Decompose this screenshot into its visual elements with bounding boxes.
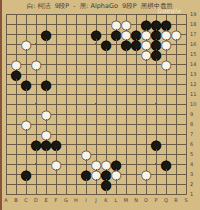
intersection-M14: [121, 59, 131, 69]
row-label-7: 7: [189, 129, 200, 139]
intersection-C3: ●○: [21, 169, 31, 179]
intersection-B10: [11, 99, 21, 109]
black-stone-Q4: ●○: [161, 159, 171, 169]
intersection-A18: [1, 19, 11, 29]
row-label-18: 18: [189, 19, 200, 29]
intersection-B18: [11, 19, 21, 29]
intersection-G10: [61, 99, 71, 109]
intersection-F4: ●○: [51, 159, 61, 169]
intersection-C16: ●○: [21, 39, 31, 49]
intersection-B6: [11, 139, 21, 149]
intersection-E16: [41, 39, 51, 49]
intersection-H13: [71, 69, 81, 79]
white-stone-L3: ●○: [111, 169, 121, 179]
intersection-G13: [61, 69, 71, 79]
row-label-12: 12: [189, 79, 200, 89]
intersection-K15: [101, 49, 111, 59]
intersection-F9: [51, 109, 61, 119]
intersection-P11: [151, 89, 161, 99]
intersection-A10: [1, 99, 11, 109]
intersection-L9: [111, 109, 121, 119]
intersection-Q12: [161, 79, 171, 89]
intersection-G14: [61, 59, 71, 69]
intersection-O2: [141, 179, 151, 189]
intersection-Q16: ●○: [161, 39, 171, 49]
intersection-C19: [21, 9, 31, 19]
intersection-I13: [81, 69, 91, 79]
intersection-G15: [61, 49, 71, 59]
intersection-F10: [51, 99, 61, 109]
intersection-J9: [91, 109, 101, 119]
intersection-O10: [141, 99, 151, 109]
intersection-J10: [91, 99, 101, 109]
col-label-B: B: [11, 196, 21, 204]
intersection-E14: [41, 59, 51, 69]
intersection-K2: ●○: [101, 179, 111, 189]
intersection-F16: [51, 39, 61, 49]
intersection-F17: [51, 29, 61, 39]
intersection-R5: [171, 149, 181, 159]
intersection-K12: [101, 79, 111, 89]
row-label-2: 2: [189, 179, 200, 189]
intersection-L6: [111, 139, 121, 149]
row-label-11: 11: [189, 89, 200, 99]
intersection-R7: [171, 129, 181, 139]
intersection-D19: [31, 9, 41, 19]
intersection-F3: [51, 169, 61, 179]
intersection-R16: [171, 39, 181, 49]
intersection-L8: [111, 119, 121, 129]
intersection-I15: [81, 49, 91, 59]
intersection-B2: [11, 179, 21, 189]
black-stone-P6: ●○: [151, 139, 161, 149]
intersection-C2: [21, 179, 31, 189]
intersection-M4: [121, 159, 131, 169]
intersection-J15: [91, 49, 101, 59]
intersection-R11: [171, 89, 181, 99]
intersection-D4: [31, 159, 41, 169]
intersection-R17: ●○: [171, 29, 181, 39]
intersection-G9: [61, 109, 71, 119]
white-stone-Q14: ●○: [161, 59, 171, 69]
intersection-P8: [151, 119, 161, 129]
row-label-4: 4: [189, 159, 200, 169]
intersection-O13: [141, 69, 151, 79]
intersection-I9: [81, 109, 91, 119]
intersection-H9: [71, 109, 81, 119]
col-label-C: C: [21, 196, 31, 204]
row-label-17: 17: [189, 29, 200, 39]
intersection-R15: [171, 49, 181, 59]
intersection-A3: [1, 169, 11, 179]
intersection-J11: [91, 89, 101, 99]
intersection-A11: [1, 89, 11, 99]
black-stone-C12: ●○: [21, 79, 31, 89]
col-label-O: O: [141, 196, 151, 204]
col-label-N: N: [131, 196, 141, 204]
intersection-E19: [41, 9, 51, 19]
intersection-O8: [141, 119, 151, 129]
intersection-Q11: [161, 89, 171, 99]
intersection-G17: [61, 29, 71, 39]
intersection-I19: [81, 9, 91, 19]
row-label-5: 5: [189, 149, 200, 159]
intersection-J8: [91, 119, 101, 129]
intersection-G19: [61, 9, 71, 19]
row-labels: 19181716151413121110987654321: [189, 9, 200, 199]
intersection-A4: [1, 159, 11, 169]
white-stone-O3: ●○: [141, 169, 151, 179]
intersection-Q3: [161, 169, 171, 179]
intersection-N14: [131, 59, 141, 69]
white-stone-C16: ●○: [21, 39, 31, 49]
intersection-O3: ●○: [141, 169, 151, 179]
col-label-A: A: [1, 196, 11, 204]
black-stone-E12: ●○: [41, 79, 51, 89]
intersection-F2: [51, 179, 61, 189]
intersection-M10: [121, 99, 131, 109]
intersection-I10: [81, 99, 91, 109]
intersection-Q2: [161, 179, 171, 189]
intersection-H14: [71, 59, 81, 69]
intersection-M3: [121, 169, 131, 179]
intersection-Q8: [161, 119, 171, 129]
row-label-8: 8: [189, 119, 200, 129]
intersection-C10: [21, 99, 31, 109]
intersection-L15: [111, 49, 121, 59]
intersection-H12: [71, 79, 81, 89]
intersection-D16: [31, 39, 41, 49]
intersection-E2: [41, 179, 51, 189]
intersection-A17: [1, 29, 11, 39]
intersection-H16: [71, 39, 81, 49]
intersection-K14: [101, 59, 111, 69]
intersection-K11: [101, 89, 111, 99]
intersection-K9: [101, 109, 111, 119]
intersection-Q10: [161, 99, 171, 109]
intersection-H17: [71, 29, 81, 39]
intersection-K13: [101, 69, 111, 79]
intersection-F12: [51, 79, 61, 89]
row-label-3: 3: [189, 169, 200, 179]
intersection-F13: [51, 69, 61, 79]
intersection-G2: [61, 179, 71, 189]
intersection-P13: [151, 69, 161, 79]
intersection-A2: [1, 179, 11, 189]
intersection-Q7: [161, 129, 171, 139]
intersection-I11: [81, 89, 91, 99]
row-label-16: 16: [189, 39, 200, 49]
intersection-F6: ●○: [51, 139, 61, 149]
col-label-Q: Q: [161, 196, 171, 204]
row-label-9: 9: [189, 109, 200, 119]
intersection-E17: ●○: [41, 29, 51, 39]
row-label-15: 15: [189, 49, 200, 59]
intersection-M13: [121, 69, 131, 79]
intersection-P6: ●○: [151, 139, 161, 149]
row-label-1: 1: [189, 189, 200, 199]
intersection-A5: [1, 149, 11, 159]
col-label-L: L: [111, 196, 121, 204]
col-label-G: G: [61, 196, 71, 204]
intersection-L3: ●○: [111, 169, 121, 179]
intersection-E9: ●○: [41, 109, 51, 119]
intersection-H7: [71, 129, 81, 139]
intersection-N5: [131, 149, 141, 159]
intersection-K8: [101, 119, 111, 129]
intersection-G3: [61, 169, 71, 179]
intersection-R19: [171, 9, 181, 19]
intersection-M6: [121, 139, 131, 149]
intersection-H2: [71, 179, 81, 189]
intersection-A8: [1, 119, 11, 129]
intersection-R3: [171, 169, 181, 179]
intersection-G11: [61, 89, 71, 99]
intersection-B19: [11, 9, 21, 19]
intersection-E15: [41, 49, 51, 59]
black-stone-E17: ●○: [41, 29, 51, 39]
intersection-R9: [171, 109, 181, 119]
intersection-I7: [81, 129, 91, 139]
intersection-Q9: [161, 109, 171, 119]
intersection-M11: [121, 89, 131, 99]
intersection-A19: [1, 9, 11, 19]
intersection-G4: [61, 159, 71, 169]
intersection-M9: [121, 109, 131, 119]
intersection-H11: [71, 89, 81, 99]
row-label-10: 10: [189, 99, 200, 109]
white-stone-F4: ●○: [51, 159, 61, 169]
intersection-G12: [61, 79, 71, 89]
black-stone-F6: ●○: [51, 139, 61, 149]
intersection-F14: [51, 59, 61, 69]
intersection-F15: [51, 49, 61, 59]
black-stone-K2: ●○: [101, 179, 111, 189]
intersection-N11: [131, 89, 141, 99]
row-label-14: 14: [189, 59, 200, 69]
intersection-M12: [121, 79, 131, 89]
intersection-I12: [81, 79, 91, 89]
col-label-E: E: [41, 196, 51, 204]
col-label-F: F: [51, 196, 61, 204]
intersection-D14: ●○: [31, 59, 41, 69]
white-stone-R17: ●○: [171, 29, 181, 39]
black-stone-C3: ●○: [21, 169, 31, 179]
white-stone-C8: ●○: [21, 119, 31, 129]
intersection-L11: [111, 89, 121, 99]
column-labels: ABCDEFGHIJKLMNOPQRS: [1, 196, 191, 204]
intersection-P10: [151, 99, 161, 109]
intersection-N9: [131, 109, 141, 119]
col-label-M: M: [121, 196, 131, 204]
intersection-H10: [71, 99, 81, 109]
intersection-D2: [31, 179, 41, 189]
intersection-G6: [61, 139, 71, 149]
intersection-L2: [111, 179, 121, 189]
intersection-R14: [171, 59, 181, 69]
intersection-D5: [31, 149, 41, 159]
intersection-H19: [71, 9, 81, 19]
intersection-P2: [151, 179, 161, 189]
intersection-G16: [61, 39, 71, 49]
intersection-C12: ●○: [21, 79, 31, 89]
intersection-B11: [11, 89, 21, 99]
intersection-J14: [91, 59, 101, 69]
intersection-Q4: ●○: [161, 159, 171, 169]
intersection-R13: [171, 69, 181, 79]
intersection-A6: [1, 139, 11, 149]
intersection-M8: [121, 119, 131, 129]
intersection-P9: [151, 109, 161, 119]
col-label-K: K: [101, 196, 111, 204]
col-label-J: J: [91, 196, 101, 204]
intersection-E12: ●○: [41, 79, 51, 89]
intersection-C5: [21, 149, 31, 159]
intersection-B5: [11, 149, 21, 159]
intersection-R2: [171, 179, 181, 189]
intersection-I16: [81, 39, 91, 49]
intersection-G18: [61, 19, 71, 29]
intersection-O5: [141, 149, 151, 159]
intersection-F8: [51, 119, 61, 129]
intersection-J13: [91, 69, 101, 79]
intersection-F11: [51, 89, 61, 99]
intersection-H8: [71, 119, 81, 129]
intersection-H15: [71, 49, 81, 59]
intersection-G8: [61, 119, 71, 129]
intersection-E11: [41, 89, 51, 99]
intersection-K16: ●○: [101, 39, 111, 49]
go-board: ●○●○●○●○●○●○●○●○●○●○●○●○●○●○●○●○●○●○●○●○…: [1, 9, 191, 199]
white-stone-D14: ●○: [31, 59, 41, 69]
intersection-J6: [91, 139, 101, 149]
intersection-G7: [61, 129, 71, 139]
intersection-I8: [81, 119, 91, 129]
intersection-H18: [71, 19, 81, 29]
col-label-H: H: [71, 196, 81, 204]
intersection-P12: [151, 79, 161, 89]
intersection-F19: [51, 9, 61, 19]
intersection-N8: [131, 119, 141, 129]
intersection-L12: [111, 79, 121, 89]
intersection-R4: [171, 159, 181, 169]
intersection-N7: [131, 129, 141, 139]
intersection-N2: [131, 179, 141, 189]
intersection-R12: [171, 79, 181, 89]
intersection-C11: [21, 89, 31, 99]
intersection-L10: [111, 99, 121, 109]
intersection-R8: [171, 119, 181, 129]
row-label-6: 6: [189, 139, 200, 149]
col-label-D: D: [31, 196, 41, 204]
col-label-I: I: [81, 196, 91, 204]
intersection-I14: [81, 59, 91, 69]
intersection-O14: [141, 59, 151, 69]
intersection-G5: [61, 149, 71, 159]
intersection-A9: [1, 109, 11, 119]
row-label-19: 19: [189, 9, 200, 19]
intersection-K10: [101, 99, 111, 109]
intersection-P3: [151, 169, 161, 179]
intersection-I2: [81, 179, 91, 189]
col-label-R: R: [171, 196, 181, 204]
intersection-O12: [141, 79, 151, 89]
intersection-L13: [111, 69, 121, 79]
intersection-O9: [141, 109, 151, 119]
intersection-R10: [171, 99, 181, 109]
intersection-M2: [121, 179, 131, 189]
intersection-J7: [91, 129, 101, 139]
intersection-D3: [31, 169, 41, 179]
intersection-O11: [141, 89, 151, 99]
intersection-B7: [11, 129, 21, 139]
intersection-Q13: [161, 69, 171, 79]
col-label-P: P: [151, 196, 161, 204]
white-stone-E9: ●○: [41, 109, 51, 119]
intersection-D11: [31, 89, 41, 99]
intersection-E3: [41, 169, 51, 179]
intersection-N6: [131, 139, 141, 149]
intersection-J19: [91, 9, 101, 19]
intersection-A16: [1, 39, 11, 49]
intersection-Q14: ●○: [161, 59, 171, 69]
intersection-J12: [91, 79, 101, 89]
intersection-K7: [101, 129, 111, 139]
intersection-M5: [121, 149, 131, 159]
intersection-K6: [101, 139, 111, 149]
intersection-L14: [111, 59, 121, 69]
row-label-13: 13: [189, 69, 200, 79]
black-stone-K16: ●○: [101, 39, 111, 49]
intersection-Q6: [161, 139, 171, 149]
intersection-C8: ●○: [21, 119, 31, 129]
intersection-N12: [131, 79, 141, 89]
white-stone-Q16: ●○: [161, 39, 171, 49]
intersection-L7: [111, 129, 121, 139]
intersection-C18: [21, 19, 31, 29]
intersection-M15: [121, 49, 131, 59]
intersection-F18: [51, 19, 61, 29]
intersection-N13: [131, 69, 141, 79]
intersection-R6: [171, 139, 181, 149]
intersection-M7: [121, 129, 131, 139]
intersection-A7: [1, 129, 11, 139]
intersection-N10: [131, 99, 141, 109]
intersection-A12: [1, 79, 11, 89]
go-kifu-diagram: 白: 柯洁 9段P - 黑: AlphaGo 9段P 黑棋中盘胜 Google …: [0, 0, 200, 210]
